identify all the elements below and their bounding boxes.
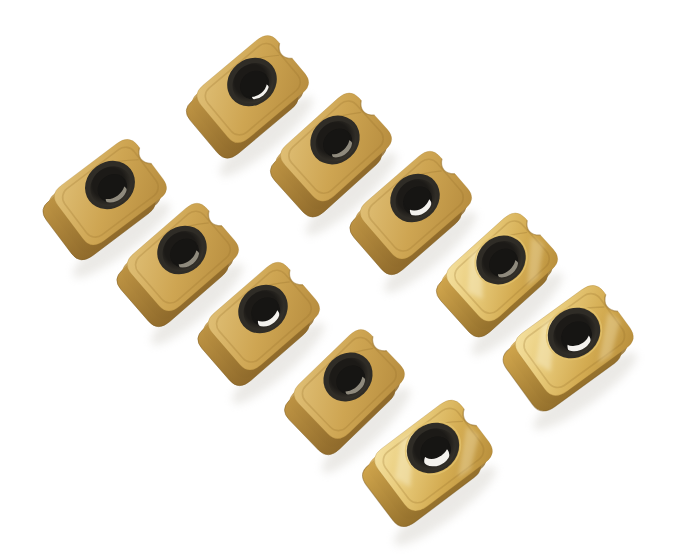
product-photo: [0, 0, 700, 554]
inserts-scene: [0, 0, 700, 554]
